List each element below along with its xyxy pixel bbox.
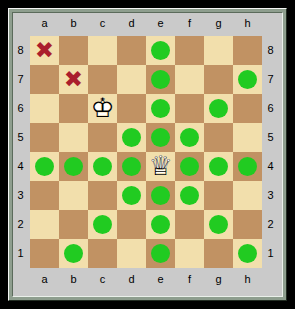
square-b7[interactable]: ✖ [59, 65, 88, 94]
file-label-bottom-e: e [146, 270, 175, 288]
legal-move-dot [180, 186, 199, 205]
legal-move-dot [151, 186, 170, 205]
square-d4[interactable] [117, 152, 146, 181]
square-f6[interactable] [175, 94, 204, 123]
file-label-bottom-b: b [59, 270, 88, 288]
legal-move-dot [64, 244, 83, 263]
square-c7[interactable] [88, 65, 117, 94]
square-e7[interactable] [146, 65, 175, 94]
legal-move-dot [93, 157, 112, 176]
square-d3[interactable] [117, 181, 146, 210]
rank-label-left-7: 7 [12, 65, 29, 94]
legal-move-dot [64, 157, 83, 176]
legal-move-dot [122, 186, 141, 205]
rank-label-left-5: 5 [12, 123, 29, 152]
legal-move-dot [93, 215, 112, 234]
rank-label-right-1: 1 [262, 239, 279, 268]
square-g2[interactable] [204, 210, 233, 239]
square-b4[interactable] [59, 152, 88, 181]
square-g7[interactable] [204, 65, 233, 94]
square-d6[interactable] [117, 94, 146, 123]
square-f2[interactable] [175, 210, 204, 239]
square-g1[interactable] [204, 239, 233, 268]
legal-move-dot [122, 128, 141, 147]
square-h1[interactable] [233, 239, 262, 268]
square-h8[interactable] [233, 36, 262, 65]
legal-move-dot [238, 157, 257, 176]
square-h7[interactable] [233, 65, 262, 94]
square-a8[interactable]: ✖ [30, 36, 59, 65]
file-label-bottom-c: c [88, 270, 117, 288]
legal-move-dot [35, 157, 54, 176]
board: ✖✖♚♔♛♕ [30, 36, 262, 268]
file-label-top-f: f [175, 14, 204, 32]
square-a1[interactable] [30, 239, 59, 268]
legal-move-dot [151, 70, 170, 89]
square-g3[interactable] [204, 181, 233, 210]
legal-move-dot [151, 244, 170, 263]
white-king[interactable]: ♚♔ [88, 94, 117, 123]
rank-label-right-7: 7 [262, 65, 279, 94]
square-e6[interactable] [146, 94, 175, 123]
file-label-top-c: c [88, 14, 117, 32]
square-c5[interactable] [88, 123, 117, 152]
white-queen[interactable]: ♛♕ [146, 152, 175, 181]
rank-label-left-6: 6 [12, 94, 29, 123]
square-f1[interactable] [175, 239, 204, 268]
file-label-top-h: h [233, 14, 262, 32]
square-f5[interactable] [175, 123, 204, 152]
legal-move-dot [180, 128, 199, 147]
square-b6[interactable] [59, 94, 88, 123]
square-f8[interactable] [175, 36, 204, 65]
rank-label-right-4: 4 [262, 152, 279, 181]
square-c8[interactable] [88, 36, 117, 65]
square-f4[interactable] [175, 152, 204, 181]
legal-move-dot [209, 215, 228, 234]
rank-label-left-2: 2 [12, 210, 29, 239]
file-label-top-d: d [117, 14, 146, 32]
square-d8[interactable] [117, 36, 146, 65]
square-b3[interactable] [59, 181, 88, 210]
square-d5[interactable] [117, 123, 146, 152]
file-label-bottom-g: g [204, 270, 233, 288]
rank-label-right-6: 6 [262, 94, 279, 123]
rank-label-left-1: 1 [12, 239, 29, 268]
legal-move-dot [209, 157, 228, 176]
square-d7[interactable] [117, 65, 146, 94]
file-label-bottom-f: f [175, 270, 204, 288]
square-a7[interactable] [30, 65, 59, 94]
legal-move-dot [238, 244, 257, 263]
legal-move-dot [151, 215, 170, 234]
legal-move-dot [238, 70, 257, 89]
square-d2[interactable] [117, 210, 146, 239]
rank-label-right-3: 3 [262, 181, 279, 210]
square-e8[interactable] [146, 36, 175, 65]
legal-move-dot [122, 157, 141, 176]
rank-label-right-2: 2 [262, 210, 279, 239]
square-c3[interactable] [88, 181, 117, 210]
legal-move-dot [180, 157, 199, 176]
square-c2[interactable] [88, 210, 117, 239]
square-a6[interactable] [30, 94, 59, 123]
file-label-top-b: b [59, 14, 88, 32]
rank-label-left-8: 8 [12, 36, 29, 65]
square-h2[interactable] [233, 210, 262, 239]
square-b1[interactable] [59, 239, 88, 268]
legal-move-dot [151, 41, 170, 60]
white-queen-icon: ♕ [146, 151, 175, 180]
square-b2[interactable] [59, 210, 88, 239]
rank-label-right-5: 5 [262, 123, 279, 152]
square-f3[interactable] [175, 181, 204, 210]
square-f7[interactable] [175, 65, 204, 94]
square-g6[interactable] [204, 94, 233, 123]
legal-move-dot [151, 128, 170, 147]
square-d1[interactable] [117, 239, 146, 268]
square-a5[interactable] [30, 123, 59, 152]
square-a2[interactable] [30, 210, 59, 239]
blocked-square-x-icon: ✖ [35, 36, 54, 65]
file-label-top-e: e [146, 14, 175, 32]
square-c4[interactable] [88, 152, 117, 181]
legal-move-dot [151, 99, 170, 118]
square-a4[interactable] [30, 152, 59, 181]
rank-label-left-4: 4 [12, 152, 29, 181]
square-e1[interactable] [146, 239, 175, 268]
square-e5[interactable] [146, 123, 175, 152]
rank-label-left-3: 3 [12, 181, 29, 210]
file-label-bottom-a: a [30, 270, 59, 288]
square-g5[interactable] [204, 123, 233, 152]
square-g8[interactable] [204, 36, 233, 65]
square-a3[interactable] [30, 181, 59, 210]
square-h5[interactable] [233, 123, 262, 152]
rank-label-right-8: 8 [262, 36, 279, 65]
square-e3[interactable] [146, 181, 175, 210]
square-h4[interactable] [233, 152, 262, 181]
legal-move-dot [209, 99, 228, 118]
file-label-top-g: g [204, 14, 233, 32]
square-c1[interactable] [88, 239, 117, 268]
square-h6[interactable] [233, 94, 262, 123]
square-e2[interactable] [146, 210, 175, 239]
file-label-bottom-h: h [233, 270, 262, 288]
blocked-square-x-icon: ✖ [64, 65, 83, 94]
square-h3[interactable] [233, 181, 262, 210]
file-label-bottom-d: d [117, 270, 146, 288]
square-b5[interactable] [59, 123, 88, 152]
square-g4[interactable] [204, 152, 233, 181]
white-king-icon: ♔ [88, 93, 117, 122]
square-b8[interactable] [59, 36, 88, 65]
file-label-top-a: a [30, 14, 59, 32]
chess-board-widget: ✖✖♚♔♛♕ aabbccddeeffgghh8877665544332211 [0, 0, 295, 309]
